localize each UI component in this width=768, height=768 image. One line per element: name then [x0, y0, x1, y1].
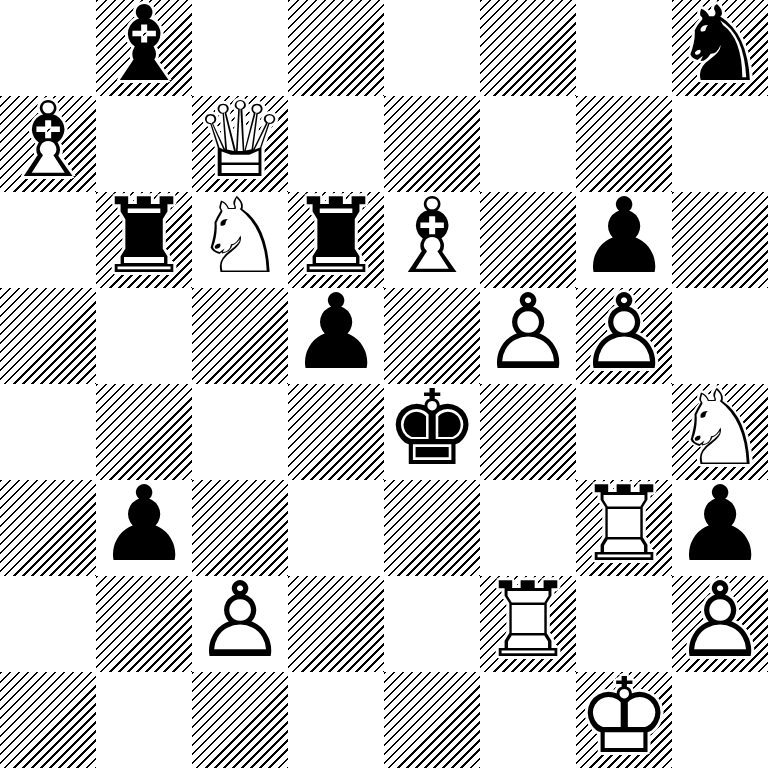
piece-white-rook: ♜♖: [480, 576, 576, 672]
square-g1[interactable]: ♚♔: [576, 672, 672, 768]
square-d3[interactable]: [288, 480, 384, 576]
piece-white-pawn: ♟♙: [480, 288, 576, 384]
white-rook-backing: ♜: [481, 568, 574, 672]
white-pawn-icon: ♙: [577, 280, 670, 384]
black-pawn-icon: ♟: [289, 280, 382, 384]
black-king-backing: ♚: [385, 376, 478, 480]
white-pawn-backing: ♟: [193, 568, 286, 672]
black-knight-icon: ♞: [673, 0, 766, 96]
square-c7[interactable]: ♛♕: [192, 96, 288, 192]
square-e1[interactable]: [384, 672, 480, 768]
square-a6[interactable]: [0, 192, 96, 288]
piece-black-pawn: ♟♟: [672, 480, 768, 576]
square-g8[interactable]: [576, 0, 672, 96]
square-h3[interactable]: ♟♟: [672, 480, 768, 576]
square-c4[interactable]: [192, 384, 288, 480]
square-f6[interactable]: [480, 192, 576, 288]
square-e5[interactable]: [384, 288, 480, 384]
white-pawn-icon: ♙: [481, 280, 574, 384]
piece-black-king: ♚♚: [384, 384, 480, 480]
square-h1[interactable]: [672, 672, 768, 768]
square-g4[interactable]: [576, 384, 672, 480]
black-bishop-icon: ♝: [97, 0, 190, 96]
piece-white-pawn: ♟♙: [192, 576, 288, 672]
black-pawn-backing: ♟: [97, 472, 190, 576]
square-e3[interactable]: [384, 480, 480, 576]
black-pawn-icon: ♟: [97, 472, 190, 576]
black-pawn-icon: ♟: [673, 472, 766, 576]
square-c3[interactable]: [192, 480, 288, 576]
white-knight-icon: ♘: [673, 376, 766, 480]
white-bishop-icon: ♗: [385, 184, 478, 288]
piece-black-pawn: ♟♟: [576, 192, 672, 288]
white-rook-icon: ♖: [577, 472, 670, 576]
square-h5[interactable]: [672, 288, 768, 384]
square-e7[interactable]: [384, 96, 480, 192]
piece-white-rook: ♜♖: [576, 480, 672, 576]
square-c1[interactable]: [192, 672, 288, 768]
piece-white-knight: ♞♘: [192, 192, 288, 288]
white-rook-backing: ♜: [577, 472, 670, 576]
square-b7[interactable]: [96, 96, 192, 192]
square-f8[interactable]: [480, 0, 576, 96]
square-c2[interactable]: ♟♙: [192, 576, 288, 672]
square-d1[interactable]: [288, 672, 384, 768]
piece-black-pawn: ♟♟: [96, 480, 192, 576]
square-b1[interactable]: [96, 672, 192, 768]
square-a3[interactable]: [0, 480, 96, 576]
white-pawn-icon: ♙: [193, 568, 286, 672]
square-a4[interactable]: [0, 384, 96, 480]
white-knight-icon: ♘: [193, 184, 286, 288]
square-e6[interactable]: ♝♗: [384, 192, 480, 288]
white-bishop-icon: ♗: [1, 88, 94, 192]
square-a7[interactable]: ♝♗: [0, 96, 96, 192]
white-queen-backing: ♛: [193, 88, 286, 192]
square-g3[interactable]: ♜♖: [576, 480, 672, 576]
square-e4[interactable]: ♚♚: [384, 384, 480, 480]
white-bishop-backing: ♝: [385, 184, 478, 288]
black-knight-backing: ♞: [673, 0, 766, 96]
black-bishop-backing: ♝: [97, 0, 190, 96]
square-f4[interactable]: [480, 384, 576, 480]
black-rook-icon: ♜: [97, 184, 190, 288]
square-a8[interactable]: [0, 0, 96, 96]
square-b3[interactable]: ♟♟: [96, 480, 192, 576]
square-b6[interactable]: ♜♜: [96, 192, 192, 288]
piece-black-rook: ♜♜: [96, 192, 192, 288]
piece-black-rook: ♜♜: [288, 192, 384, 288]
piece-black-knight: ♞♞: [672, 0, 768, 96]
square-b5[interactable]: [96, 288, 192, 384]
piece-white-king: ♚♔: [576, 672, 672, 768]
white-king-backing: ♚: [577, 664, 670, 768]
white-knight-backing: ♞: [193, 184, 286, 288]
square-g6[interactable]: ♟♟: [576, 192, 672, 288]
white-pawn-backing: ♟: [577, 280, 670, 384]
square-c6[interactable]: ♞♘: [192, 192, 288, 288]
square-h8[interactable]: ♞♞: [672, 0, 768, 96]
white-queen-icon: ♕: [193, 88, 286, 192]
white-pawn-backing: ♟: [673, 568, 766, 672]
square-f1[interactable]: [480, 672, 576, 768]
black-king-icon: ♚: [385, 376, 478, 480]
square-d8[interactable]: [288, 0, 384, 96]
black-rook-backing: ♜: [289, 184, 382, 288]
piece-white-knight: ♞♘: [672, 384, 768, 480]
piece-black-pawn: ♟♟: [288, 288, 384, 384]
black-pawn-backing: ♟: [289, 280, 382, 384]
square-f3[interactable]: [480, 480, 576, 576]
piece-white-queen: ♛♕: [192, 96, 288, 192]
square-c8[interactable]: [192, 0, 288, 96]
square-c5[interactable]: [192, 288, 288, 384]
piece-white-bishop: ♝♗: [384, 192, 480, 288]
black-pawn-icon: ♟: [577, 184, 670, 288]
square-g5[interactable]: ♟♙: [576, 288, 672, 384]
square-h7[interactable]: [672, 96, 768, 192]
square-e2[interactable]: [384, 576, 480, 672]
piece-white-pawn: ♟♙: [576, 288, 672, 384]
square-a1[interactable]: [0, 672, 96, 768]
white-bishop-backing: ♝: [1, 88, 94, 192]
white-king-icon: ♔: [577, 664, 670, 768]
square-a5[interactable]: [0, 288, 96, 384]
piece-white-pawn: ♟♙: [672, 576, 768, 672]
square-d4[interactable]: [288, 384, 384, 480]
square-h6[interactable]: [672, 192, 768, 288]
square-d2[interactable]: [288, 576, 384, 672]
square-b2[interactable]: [96, 576, 192, 672]
black-pawn-backing: ♟: [673, 472, 766, 576]
white-pawn-backing: ♟: [481, 280, 574, 384]
square-f7[interactable]: [480, 96, 576, 192]
square-f5[interactable]: ♟♙: [480, 288, 576, 384]
black-pawn-backing: ♟: [577, 184, 670, 288]
square-f2[interactable]: ♜♖: [480, 576, 576, 672]
square-d6[interactable]: ♜♜: [288, 192, 384, 288]
white-rook-icon: ♖: [481, 568, 574, 672]
square-h4[interactable]: ♞♘: [672, 384, 768, 480]
black-rook-icon: ♜: [289, 184, 382, 288]
square-b8[interactable]: ♝♝: [96, 0, 192, 96]
square-b4[interactable]: [96, 384, 192, 480]
chess-board: ♝♝♞♞♝♗♛♕♜♜♞♘♜♜♝♗♟♟♟♟♟♙♟♙♚♚♞♘♟♟♜♖♟♟♟♙♜♖♟♙…: [0, 0, 768, 768]
square-a2[interactable]: [0, 576, 96, 672]
square-d7[interactable]: [288, 96, 384, 192]
white-pawn-icon: ♙: [673, 568, 766, 672]
square-g7[interactable]: [576, 96, 672, 192]
black-rook-backing: ♜: [97, 184, 190, 288]
white-knight-backing: ♞: [673, 376, 766, 480]
square-d5[interactable]: ♟♟: [288, 288, 384, 384]
piece-white-bishop: ♝♗: [0, 96, 96, 192]
square-e8[interactable]: [384, 0, 480, 96]
piece-black-bishop: ♝♝: [96, 0, 192, 96]
square-g2[interactable]: [576, 576, 672, 672]
square-h2[interactable]: ♟♙: [672, 576, 768, 672]
